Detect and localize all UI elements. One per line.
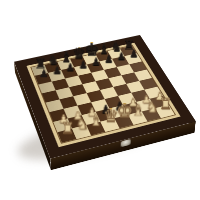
black-pawn[interactable]: ♟ <box>128 49 137 59</box>
square-d5[interactable] <box>82 81 100 93</box>
perspective-scene: ♜♞♝♛♚♝♞♜♟♟♟♟♟♟♟♟♟♟♟♟♟♟♟♟♜♞♝♛♚♝♞♜ <box>0 0 200 200</box>
black-pawn[interactable]: ♟ <box>65 62 74 72</box>
black-pawn[interactable]: ♟ <box>91 57 100 67</box>
square-c1[interactable]: ♝ <box>86 122 105 136</box>
chess-board: ♜♞♝♛♚♝♞♜♟♟♟♟♟♟♟♟♟♟♟♟♟♟♟♟♜♞♝♛♚♝♞♜ <box>14 35 196 159</box>
clasp-icon <box>120 139 130 147</box>
black-pawn[interactable]: ♟ <box>39 68 48 79</box>
black-pawn[interactable]: ♟ <box>52 65 61 76</box>
white-bishop[interactable]: ♝ <box>89 113 103 129</box>
board-grid: ♜♞♝♛♚♝♞♜♟♟♟♟♟♟♟♟♟♟♟♟♟♟♟♟♜♞♝♛♚♝♞♜ <box>32 46 175 143</box>
white-queen[interactable]: ♛ <box>102 108 117 125</box>
white-knight[interactable]: ♞ <box>145 101 158 115</box>
white-rook[interactable]: ♜ <box>60 120 74 135</box>
black-pawn[interactable]: ♟ <box>103 54 112 64</box>
square-a1[interactable]: ♜ <box>58 129 77 143</box>
black-pawn[interactable]: ♟ <box>116 51 125 61</box>
white-knight[interactable]: ♞ <box>75 117 88 132</box>
black-pawn[interactable]: ♟ <box>78 60 87 70</box>
chess-set-photo: ♜♞♝♛♚♝♞♜♟♟♟♟♟♟♟♟♟♟♟♟♟♟♟♟♜♞♝♛♚♝♞♜ <box>0 0 200 200</box>
white-rook[interactable]: ♜ <box>158 97 171 112</box>
